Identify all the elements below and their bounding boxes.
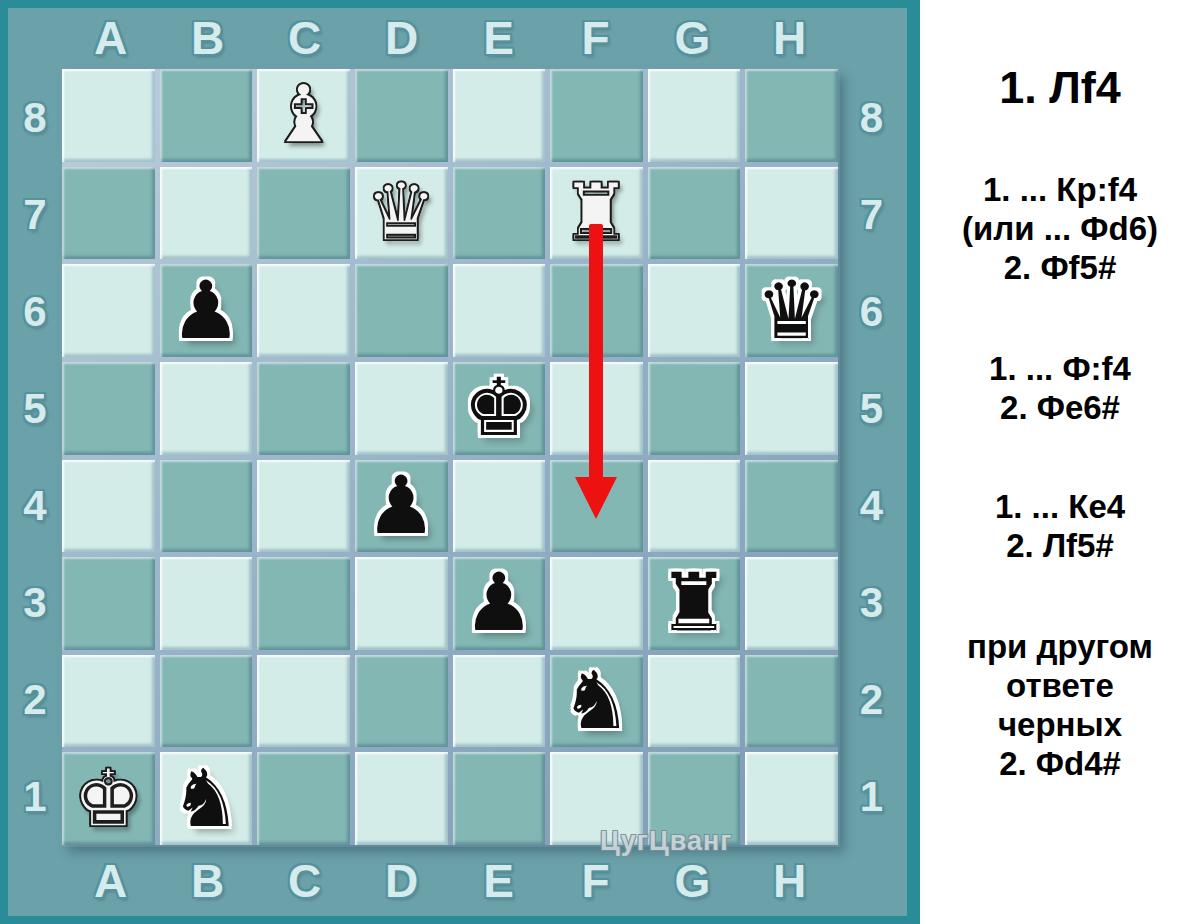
square-h5 <box>745 362 838 455</box>
coord-label-2: 2 <box>8 651 62 748</box>
square-c7 <box>257 167 350 260</box>
square-e5: ♚ <box>453 362 546 455</box>
square-h4 <box>745 460 838 553</box>
square-d7: ♛ <box>355 167 448 260</box>
chess-puzzle-screenshot: ABCDEFGH ABCDEFGH 87654321 87654321 ♝♛♜♟… <box>0 0 1200 924</box>
square-c3 <box>257 557 350 650</box>
square-b4 <box>160 460 253 553</box>
square-e2 <box>453 655 546 748</box>
coord-label-1: 1 <box>838 748 905 845</box>
coord-label-8: 8 <box>838 69 905 166</box>
square-d2 <box>355 655 448 748</box>
solution-line: 1. ... Ф:f4 <box>920 349 1200 388</box>
square-e7 <box>453 167 546 260</box>
coord-label-d: D <box>353 10 450 66</box>
square-f3 <box>550 557 643 650</box>
coord-label-c: C <box>256 852 353 910</box>
square-b2 <box>160 655 253 748</box>
square-a6 <box>62 264 155 357</box>
square-a2 <box>62 655 155 748</box>
file-labels-bottom: ABCDEFGH <box>62 852 838 910</box>
black-rook-icon: ♜ <box>658 563 730 643</box>
square-b5 <box>160 362 253 455</box>
solution-line: черных <box>920 705 1200 744</box>
board-grid: ♝♛♜♟♛♚♟♟♜♞♚♞ <box>62 69 838 845</box>
coord-label-3: 3 <box>8 554 62 651</box>
square-c1 <box>257 752 350 845</box>
solution-line: (или ... Фd6) <box>920 209 1200 248</box>
square-d4: ♟ <box>355 460 448 553</box>
square-d1 <box>355 752 448 845</box>
square-e3: ♟ <box>453 557 546 650</box>
square-g4 <box>648 460 741 553</box>
coord-label-e: E <box>450 10 547 66</box>
coord-label-a: A <box>62 10 159 66</box>
square-b8 <box>160 69 253 162</box>
coord-label-3: 3 <box>838 554 905 651</box>
solution-line: 1. ... Ке4 <box>920 487 1200 526</box>
coord-label-1: 1 <box>8 748 62 845</box>
square-g8 <box>648 69 741 162</box>
coord-label-d: D <box>353 852 450 910</box>
black-king-icon: ♚ <box>463 368 535 448</box>
solution-variation-3: 1. ... Ке4 2. Лf5# <box>920 487 1200 565</box>
white-queen-icon: ♛ <box>365 173 437 253</box>
square-c8: ♝ <box>257 69 350 162</box>
white-bishop-icon: ♝ <box>268 75 340 155</box>
coord-label-h: H <box>741 10 838 66</box>
black-knight-icon: ♞ <box>561 661 633 741</box>
square-a8 <box>62 69 155 162</box>
coord-label-5: 5 <box>838 360 905 457</box>
square-e8 <box>453 69 546 162</box>
solution-line: 2. Фе6# <box>920 388 1200 427</box>
square-g2 <box>648 655 741 748</box>
square-h6: ♛ <box>745 264 838 357</box>
coord-label-a: A <box>62 852 159 910</box>
solution-variation-1: 1. ... Кр:f4 (или ... Фd6) 2. Фf5# <box>920 170 1200 287</box>
square-a1: ♚ <box>62 752 155 845</box>
move-arrow-shaft <box>589 224 603 479</box>
square-e1 <box>453 752 546 845</box>
square-a4 <box>62 460 155 553</box>
watermark: ЦугЦванг <box>600 826 733 857</box>
square-h2 <box>745 655 838 748</box>
coord-label-b: B <box>159 10 256 66</box>
square-b3 <box>160 557 253 650</box>
coord-label-e: E <box>450 852 547 910</box>
square-e4 <box>453 460 546 553</box>
rank-labels-right: 87654321 <box>838 69 905 845</box>
square-c2 <box>257 655 350 748</box>
solution-line: 2. Лf5# <box>920 526 1200 565</box>
coord-label-6: 6 <box>8 263 62 360</box>
coord-label-f: F <box>547 10 644 66</box>
square-a5 <box>62 362 155 455</box>
square-f2: ♞ <box>550 655 643 748</box>
solution-line: при другом <box>920 627 1200 666</box>
solution-line: ответе <box>920 666 1200 705</box>
square-h7 <box>745 167 838 260</box>
black-knight-icon: ♞ <box>170 759 242 839</box>
coord-label-c: C <box>256 10 353 66</box>
black-pawn-icon: ♟ <box>463 563 535 643</box>
square-h1 <box>745 752 838 845</box>
square-c4 <box>257 460 350 553</box>
square-d6 <box>355 264 448 357</box>
square-d5 <box>355 362 448 455</box>
coord-label-5: 5 <box>8 360 62 457</box>
square-a3 <box>62 557 155 650</box>
solution-line: 2. Фd4# <box>920 744 1200 783</box>
black-queen-icon: ♛ <box>756 271 828 351</box>
coord-label-g: G <box>644 852 741 910</box>
square-h3 <box>745 557 838 650</box>
coord-label-f: F <box>547 852 644 910</box>
coord-label-h: H <box>741 852 838 910</box>
solution-variation-4: при другом ответе черных 2. Фd4# <box>920 627 1200 783</box>
square-c6 <box>257 264 350 357</box>
coord-label-2: 2 <box>838 651 905 748</box>
square-d8 <box>355 69 448 162</box>
solution-title: 1. Лf4 <box>920 62 1200 114</box>
square-d3 <box>355 557 448 650</box>
solution-line: 2. Фf5# <box>920 248 1200 287</box>
square-g3: ♜ <box>648 557 741 650</box>
board-frame: ABCDEFGH ABCDEFGH 87654321 87654321 ♝♛♜♟… <box>0 0 920 924</box>
coord-label-7: 7 <box>8 166 62 263</box>
square-g7 <box>648 167 741 260</box>
square-f8 <box>550 69 643 162</box>
file-labels-top: ABCDEFGH <box>62 10 838 66</box>
solution-panel: 1. Лf4 1. ... Кр:f4 (или ... Фd6) 2. Фf5… <box>920 0 1200 924</box>
coord-label-4: 4 <box>838 457 905 554</box>
square-b1: ♞ <box>160 752 253 845</box>
coord-label-8: 8 <box>8 69 62 166</box>
solution-variation-2: 1. ... Ф:f4 2. Фе6# <box>920 349 1200 427</box>
square-b7 <box>160 167 253 260</box>
square-e6 <box>453 264 546 357</box>
square-g5 <box>648 362 741 455</box>
square-g6 <box>648 264 741 357</box>
square-h8 <box>745 69 838 162</box>
coord-label-6: 6 <box>838 263 905 360</box>
square-c5 <box>257 362 350 455</box>
square-a7 <box>62 167 155 260</box>
solution-line: 1. ... Кр:f4 <box>920 170 1200 209</box>
coord-label-4: 4 <box>8 457 62 554</box>
black-pawn-icon: ♟ <box>170 271 242 351</box>
move-arrow-head-icon <box>575 477 617 519</box>
rank-labels-left: 87654321 <box>8 69 62 845</box>
coord-label-b: B <box>159 852 256 910</box>
square-b6: ♟ <box>160 264 253 357</box>
white-king-icon: ♚ <box>72 759 144 839</box>
coord-label-7: 7 <box>838 166 905 263</box>
coord-label-g: G <box>644 10 741 66</box>
black-pawn-icon: ♟ <box>365 466 437 546</box>
